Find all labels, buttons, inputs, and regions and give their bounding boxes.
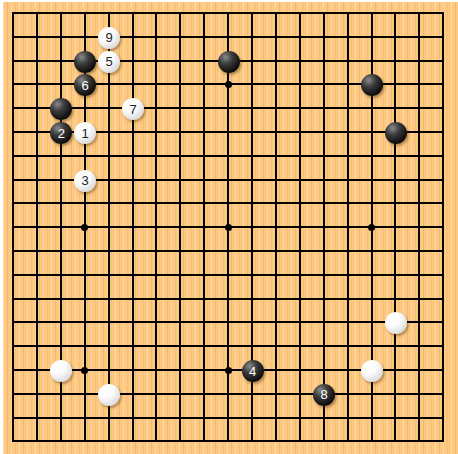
star-point xyxy=(368,224,375,231)
white-stone[interactable] xyxy=(50,360,72,382)
white-stone[interactable] xyxy=(385,312,407,334)
white-stone[interactable]: 1 xyxy=(74,122,96,144)
white-stone[interactable]: 3 xyxy=(74,170,96,192)
move-number: 2 xyxy=(58,127,65,140)
grid-line-vertical xyxy=(442,12,444,442)
move-number: 7 xyxy=(129,103,136,116)
grid-line-horizontal xyxy=(12,321,444,323)
grid-line-horizontal xyxy=(12,345,444,347)
black-stone[interactable]: 8 xyxy=(313,384,335,406)
move-number: 3 xyxy=(82,174,89,187)
black-stone[interactable] xyxy=(218,51,240,73)
grid-line-vertical xyxy=(299,12,301,442)
grid-line-vertical xyxy=(275,12,277,442)
grid-line-vertical xyxy=(418,12,420,442)
move-number: 9 xyxy=(105,31,112,44)
black-stone[interactable] xyxy=(361,74,383,96)
grid-line-horizontal xyxy=(12,417,444,419)
black-stone[interactable] xyxy=(385,122,407,144)
grid-line-horizontal xyxy=(12,393,444,395)
grid-line-vertical xyxy=(394,12,396,442)
move-number: 6 xyxy=(82,79,89,92)
white-stone[interactable]: 5 xyxy=(98,51,120,73)
star-point xyxy=(225,81,232,88)
white-stone[interactable] xyxy=(361,360,383,382)
move-number: 8 xyxy=(321,388,328,401)
move-number: 1 xyxy=(82,127,89,140)
star-point xyxy=(225,367,232,374)
black-stone[interactable]: 4 xyxy=(242,360,264,382)
black-stone[interactable] xyxy=(74,51,96,73)
white-stone[interactable] xyxy=(98,384,120,406)
star-point xyxy=(225,224,232,231)
grid-line-vertical xyxy=(323,12,325,442)
black-stone[interactable]: 2 xyxy=(50,122,72,144)
star-point xyxy=(81,367,88,374)
white-stone[interactable]: 7 xyxy=(122,98,144,120)
move-number: 4 xyxy=(249,365,256,378)
go-board-page: 956721348 xyxy=(0,0,458,454)
white-stone[interactable]: 9 xyxy=(98,27,120,49)
move-number: 5 xyxy=(105,55,112,68)
black-stone[interactable] xyxy=(50,98,72,120)
grid-line-horizontal xyxy=(12,274,444,276)
star-point xyxy=(81,224,88,231)
black-stone[interactable]: 6 xyxy=(74,74,96,96)
grid-line-horizontal xyxy=(12,440,444,442)
grid-line-vertical xyxy=(347,12,349,442)
grid-line-horizontal xyxy=(12,298,444,300)
grid-line-horizontal xyxy=(12,250,444,252)
go-board[interactable]: 956721348 xyxy=(3,2,458,454)
